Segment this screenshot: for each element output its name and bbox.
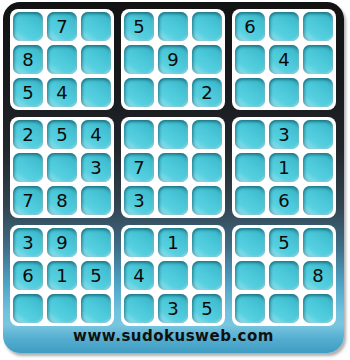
cell-r6c8[interactable]: 6 <box>269 186 299 215</box>
block-r2c2: 73 <box>121 117 225 218</box>
block-r2c1: 254378 <box>10 117 114 218</box>
cell-r9c6[interactable]: 5 <box>192 294 222 323</box>
cell-r5c1[interactable] <box>13 153 43 182</box>
cell-r6c3[interactable] <box>81 186 111 215</box>
cell-r8c3[interactable]: 5 <box>81 261 111 290</box>
cell-r6c4[interactable]: 3 <box>124 186 154 215</box>
cell-r8c9[interactable]: 8 <box>303 261 333 290</box>
cell-r7c9[interactable] <box>303 228 333 257</box>
cell-r9c7[interactable] <box>235 294 265 323</box>
cell-r2c4[interactable] <box>124 45 154 74</box>
cell-r8c1[interactable]: 6 <box>13 261 43 290</box>
cell-r9c2[interactable] <box>47 294 77 323</box>
cell-r1c2[interactable]: 7 <box>47 12 77 41</box>
cell-r6c9[interactable] <box>303 186 333 215</box>
cell-r9c5[interactable]: 3 <box>158 294 188 323</box>
cell-r3c1[interactable]: 5 <box>13 78 43 107</box>
cell-r9c8[interactable] <box>269 294 299 323</box>
sudoku-frame: 7854592642543787331639615143558 www.sudo… <box>3 2 344 353</box>
block-r3c1: 39615 <box>10 225 114 326</box>
cell-r4c6[interactable] <box>192 120 222 149</box>
cell-r8c2[interactable]: 1 <box>47 261 77 290</box>
cell-r4c3[interactable]: 4 <box>81 120 111 149</box>
cell-r1c7[interactable]: 6 <box>235 12 265 41</box>
cell-r5c7[interactable] <box>235 153 265 182</box>
cell-r6c7[interactable] <box>235 186 265 215</box>
cell-r4c5[interactable] <box>158 120 188 149</box>
cell-r8c4[interactable]: 4 <box>124 261 154 290</box>
cell-r7c1[interactable]: 3 <box>13 228 43 257</box>
cell-r2c2[interactable] <box>47 45 77 74</box>
cell-r4c4[interactable] <box>124 120 154 149</box>
cell-r6c2[interactable]: 8 <box>47 186 77 215</box>
cell-r7c5[interactable]: 1 <box>158 228 188 257</box>
cell-r8c6[interactable] <box>192 261 222 290</box>
cell-r2c7[interactable] <box>235 45 265 74</box>
sudoku-board: 7854592642543787331639615143558 <box>10 9 337 326</box>
cell-r5c3[interactable]: 3 <box>81 153 111 182</box>
block-r1c2: 592 <box>121 9 225 110</box>
cell-r3c4[interactable] <box>124 78 154 107</box>
cell-r5c9[interactable] <box>303 153 333 182</box>
cell-r2c8[interactable]: 4 <box>269 45 299 74</box>
cell-r1c9[interactable] <box>303 12 333 41</box>
cell-r7c3[interactable] <box>81 228 111 257</box>
cell-r6c6[interactable] <box>192 186 222 215</box>
cell-r8c5[interactable] <box>158 261 188 290</box>
cell-r4c2[interactable]: 5 <box>47 120 77 149</box>
cell-r2c6[interactable] <box>192 45 222 74</box>
cell-r3c9[interactable] <box>303 78 333 107</box>
cell-r7c2[interactable]: 9 <box>47 228 77 257</box>
cell-r2c3[interactable] <box>81 45 111 74</box>
cell-r2c5[interactable]: 9 <box>158 45 188 74</box>
block-r1c3: 64 <box>232 9 336 110</box>
cell-r3c8[interactable] <box>269 78 299 107</box>
cell-r8c7[interactable] <box>235 261 265 290</box>
cell-r1c1[interactable] <box>13 12 43 41</box>
cell-r9c3[interactable] <box>81 294 111 323</box>
cell-r4c8[interactable]: 3 <box>269 120 299 149</box>
cell-r4c7[interactable] <box>235 120 265 149</box>
website-link[interactable]: www.sudokusweb.com <box>73 327 274 345</box>
cell-r5c8[interactable]: 1 <box>269 153 299 182</box>
block-r3c3: 58 <box>232 225 336 326</box>
cell-r1c3[interactable] <box>81 12 111 41</box>
block-r2c3: 316 <box>232 117 336 218</box>
cell-r3c2[interactable]: 4 <box>47 78 77 107</box>
cell-r2c9[interactable] <box>303 45 333 74</box>
cell-r5c2[interactable] <box>47 153 77 182</box>
cell-r9c4[interactable] <box>124 294 154 323</box>
cell-r3c6[interactable]: 2 <box>192 78 222 107</box>
cell-r4c9[interactable] <box>303 120 333 149</box>
cell-r7c8[interactable]: 5 <box>269 228 299 257</box>
cell-r1c8[interactable] <box>269 12 299 41</box>
cell-r3c7[interactable] <box>235 78 265 107</box>
cell-r7c6[interactable] <box>192 228 222 257</box>
cell-r2c1[interactable]: 8 <box>13 45 43 74</box>
block-r3c2: 1435 <box>121 225 225 326</box>
cell-r1c5[interactable] <box>158 12 188 41</box>
block-r1c1: 7854 <box>10 9 114 110</box>
cell-r7c4[interactable] <box>124 228 154 257</box>
cell-r6c5[interactable] <box>158 186 188 215</box>
cell-r9c9[interactable] <box>303 294 333 323</box>
cell-r6c1[interactable]: 7 <box>13 186 43 215</box>
cell-r9c1[interactable] <box>13 294 43 323</box>
cell-r1c6[interactable] <box>192 12 222 41</box>
cell-r5c5[interactable] <box>158 153 188 182</box>
cell-r5c6[interactable] <box>192 153 222 182</box>
cell-r7c7[interactable] <box>235 228 265 257</box>
cell-r1c4[interactable]: 5 <box>124 12 154 41</box>
footer: www.sudokusweb.com <box>3 322 344 350</box>
cell-r5c4[interactable]: 7 <box>124 153 154 182</box>
cell-r8c8[interactable] <box>269 261 299 290</box>
cell-r4c1[interactable]: 2 <box>13 120 43 149</box>
cell-r3c3[interactable] <box>81 78 111 107</box>
cell-r3c5[interactable] <box>158 78 188 107</box>
